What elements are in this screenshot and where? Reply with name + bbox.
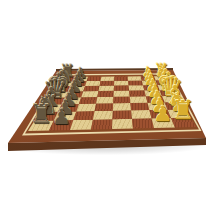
- chess-piece-white-pawn[interactable]: ♟: [150, 103, 176, 124]
- chess-set-photo: ♜♞♝♛♚♝♞♜♟♟♟♟♟♟♟♟♟♟♟♟♟♟♟♟♜♞♝♛♚♝♞♜: [0, 0, 210, 210]
- chess-piece-black-rook[interactable]: ♜: [26, 102, 57, 128]
